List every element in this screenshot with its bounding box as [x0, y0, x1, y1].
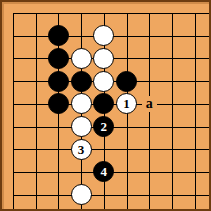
- move-number: 2: [101, 120, 108, 133]
- white-stone[interactable]: [71, 184, 92, 205]
- white-stone[interactable]: [71, 48, 92, 69]
- grid-line-horizontal: [13, 195, 209, 196]
- grid-line-vertical: [36, 13, 37, 209]
- grid-line-vertical: [172, 13, 173, 209]
- board-frame-bevel-left: [2, 2, 4, 209]
- move-number: 1: [123, 97, 130, 110]
- board-frame-bevel-top: [2, 2, 209, 4]
- go-diagram: 1234a: [0, 0, 211, 211]
- black-stone[interactable]: [48, 25, 69, 46]
- grid-line-horizontal: [13, 149, 209, 150]
- grid-line-vertical: [13, 13, 14, 209]
- black-stone[interactable]: [48, 71, 69, 92]
- move-number: 3: [78, 143, 85, 156]
- move-number: 4: [101, 165, 108, 178]
- point-label-a[interactable]: a: [142, 96, 157, 112]
- white-stone-move-3[interactable]: 3: [71, 139, 92, 160]
- white-stone[interactable]: [93, 71, 114, 92]
- white-stone[interactable]: [71, 116, 92, 137]
- black-stone[interactable]: [71, 71, 92, 92]
- grid-line-vertical: [195, 13, 196, 209]
- black-stone[interactable]: [48, 48, 69, 69]
- grid-line-horizontal: [13, 13, 209, 14]
- black-stone[interactable]: [116, 71, 137, 92]
- white-stone[interactable]: [71, 93, 92, 114]
